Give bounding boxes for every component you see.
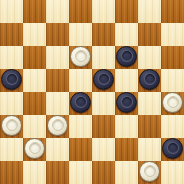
square-r7c7	[161, 161, 184, 184]
square-r0c3[interactable]	[69, 0, 92, 23]
square-r6c3[interactable]	[69, 138, 92, 161]
square-r7c5	[115, 161, 138, 184]
square-r5c2[interactable]	[46, 115, 69, 138]
square-r4c4	[92, 92, 115, 115]
square-r3c1	[23, 69, 46, 92]
square-r4c2	[46, 92, 69, 115]
square-r0c4	[92, 0, 115, 23]
square-r3c7	[161, 69, 184, 92]
square-r6c6	[138, 138, 161, 161]
square-r6c4	[92, 138, 115, 161]
square-r1c3	[69, 23, 92, 46]
square-r7c0[interactable]	[0, 161, 23, 184]
square-r2c7[interactable]	[161, 46, 184, 69]
square-r7c6[interactable]	[138, 161, 161, 184]
square-r0c7[interactable]	[161, 0, 184, 23]
square-r4c7[interactable]	[161, 92, 184, 115]
square-r4c1[interactable]	[23, 92, 46, 115]
square-r2c0	[0, 46, 23, 69]
square-r3c0[interactable]	[0, 69, 23, 92]
square-r5c3	[69, 115, 92, 138]
square-r1c4[interactable]	[92, 23, 115, 46]
square-r7c2[interactable]	[46, 161, 69, 184]
square-r2c2	[46, 46, 69, 69]
black-piece[interactable]	[93, 69, 114, 90]
square-r0c0	[0, 0, 23, 23]
black-piece[interactable]	[116, 92, 137, 113]
square-r2c3[interactable]	[69, 46, 92, 69]
square-r3c2[interactable]	[46, 69, 69, 92]
square-r0c5[interactable]	[115, 0, 138, 23]
white-piece[interactable]	[70, 46, 91, 67]
square-r5c0[interactable]	[0, 115, 23, 138]
square-r6c5[interactable]	[115, 138, 138, 161]
white-piece[interactable]	[47, 115, 68, 136]
checkers-board	[0, 0, 184, 184]
black-piece[interactable]	[139, 69, 160, 90]
black-piece[interactable]	[70, 92, 91, 113]
square-r5c7	[161, 115, 184, 138]
square-r1c1	[23, 23, 46, 46]
square-r5c5	[115, 115, 138, 138]
square-r4c5[interactable]	[115, 92, 138, 115]
square-r3c6[interactable]	[138, 69, 161, 92]
white-piece[interactable]	[162, 92, 183, 113]
square-r6c1[interactable]	[23, 138, 46, 161]
white-piece[interactable]	[139, 161, 160, 182]
square-r4c0	[0, 92, 23, 115]
square-r7c1	[23, 161, 46, 184]
square-r1c6[interactable]	[138, 23, 161, 46]
square-r7c4[interactable]	[92, 161, 115, 184]
black-piece[interactable]	[162, 138, 183, 159]
black-piece[interactable]	[1, 69, 22, 90]
square-r3c5	[115, 69, 138, 92]
square-r0c1[interactable]	[23, 0, 46, 23]
square-r1c0[interactable]	[0, 23, 23, 46]
square-r2c5[interactable]	[115, 46, 138, 69]
square-r5c4[interactable]	[92, 115, 115, 138]
square-r4c6	[138, 92, 161, 115]
square-r2c4	[92, 46, 115, 69]
black-piece[interactable]	[116, 46, 137, 67]
square-r2c1[interactable]	[23, 46, 46, 69]
square-r1c7	[161, 23, 184, 46]
white-piece[interactable]	[24, 138, 45, 159]
square-r2c6	[138, 46, 161, 69]
square-r4c3[interactable]	[69, 92, 92, 115]
square-r5c1	[23, 115, 46, 138]
white-piece[interactable]	[1, 115, 22, 136]
square-r6c2	[46, 138, 69, 161]
square-r7c3	[69, 161, 92, 184]
square-r5c6[interactable]	[138, 115, 161, 138]
square-r3c4[interactable]	[92, 69, 115, 92]
square-r1c2[interactable]	[46, 23, 69, 46]
square-r6c7[interactable]	[161, 138, 184, 161]
square-r3c3	[69, 69, 92, 92]
square-r1c5	[115, 23, 138, 46]
square-r0c6	[138, 0, 161, 23]
square-r6c0	[0, 138, 23, 161]
square-r0c2	[46, 0, 69, 23]
